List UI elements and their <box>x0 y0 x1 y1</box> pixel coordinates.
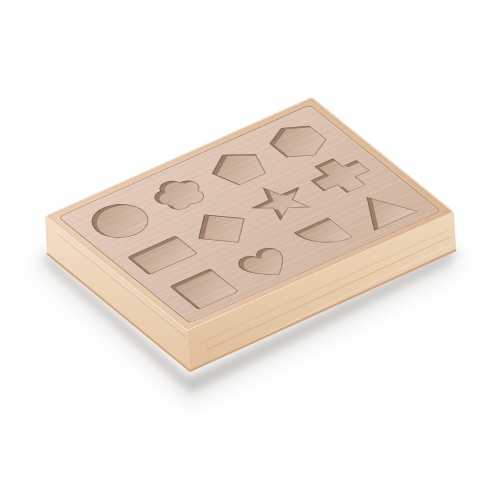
product-photo-scene <box>0 0 500 500</box>
